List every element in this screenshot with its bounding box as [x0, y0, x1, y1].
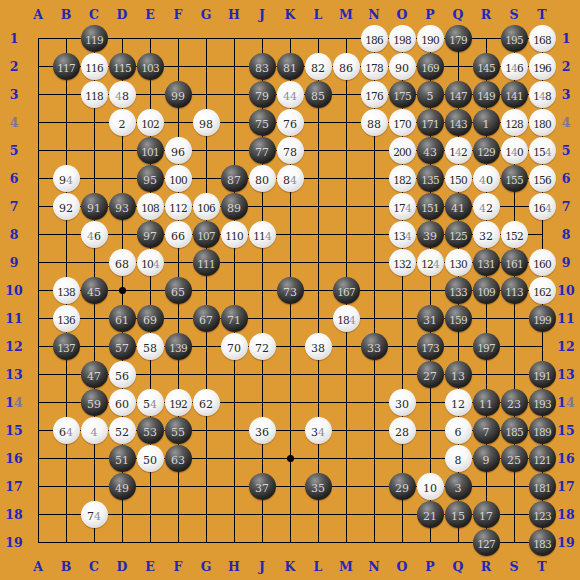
move-number: 38 — [311, 335, 325, 362]
stone-white-184[interactable]: 184 — [333, 305, 360, 332]
row-label-left-18: 18 — [5, 507, 22, 522]
row-label-right-1: 1 — [562, 31, 571, 46]
stone-white-100[interactable]: 100 — [165, 165, 192, 192]
col-label-bottom-E: E — [145, 559, 155, 574]
stone-black-41[interactable]: 41 — [445, 193, 472, 220]
move-number: 54 — [143, 391, 157, 418]
stone-black-55[interactable]: 55 — [165, 417, 192, 444]
move-number: 149 — [477, 83, 494, 110]
stone-white-74[interactable]: 74 — [81, 501, 108, 528]
stone-white-106[interactable]: 106 — [193, 193, 220, 220]
stone-white-196[interactable]: 196 — [529, 53, 556, 80]
stone-white-182[interactable]: 182 — [389, 165, 416, 192]
col-label-top-J: J — [259, 7, 265, 22]
stone-white-108[interactable]: 108 — [137, 193, 164, 220]
stone-black-155[interactable]: 155 — [501, 165, 528, 192]
stone-white-2[interactable]: 2 — [109, 109, 136, 136]
stone-white-170[interactable]: 170 — [389, 109, 416, 136]
move-number: 48 — [115, 83, 129, 110]
stone-black-175[interactable]: 175 — [389, 81, 416, 108]
col-label-bottom-J: J — [259, 559, 265, 574]
stone-black-85[interactable]: 85 — [305, 81, 332, 108]
col-label-top-Q: Q — [453, 7, 464, 22]
move-number: 36 — [255, 419, 269, 446]
move-number: 154 — [533, 139, 550, 166]
stone-white-72[interactable]: 72 — [249, 333, 276, 360]
row-label-right-14: 14 — [557, 395, 574, 410]
stone-white-138[interactable]: 138 — [53, 277, 80, 304]
move-number: 6 — [455, 419, 462, 446]
stone-black-51[interactable]: 51 — [109, 445, 136, 472]
stone-black-197[interactable]: 197 — [473, 333, 500, 360]
move-number: 52 — [115, 419, 129, 446]
stone-black-23[interactable]: 23 — [501, 389, 528, 416]
stone-white-162[interactable]: 162 — [529, 277, 556, 304]
move-number: 42 — [479, 195, 493, 222]
stone-white-174[interactable]: 174 — [389, 193, 416, 220]
go-board[interactable]: AABBCCDDEEFFGGHHJJKKLLMMNNOOPPQQRRSSTT11… — [0, 0, 580, 580]
move-number: 175 — [393, 83, 410, 110]
move-number: 125 — [449, 223, 466, 250]
col-label-bottom-S: S — [509, 559, 518, 574]
stone-white-34[interactable]: 34 — [305, 417, 332, 444]
stone-black-47[interactable]: 47 — [81, 361, 108, 388]
move-number: 87 — [227, 167, 241, 194]
move-number: 193 — [533, 391, 550, 418]
col-label-top-N: N — [368, 7, 379, 22]
move-number: 199 — [533, 307, 550, 334]
move-number: 72 — [255, 335, 269, 362]
stone-white-124[interactable]: 124 — [417, 249, 444, 276]
move-number: 162 — [533, 279, 550, 306]
stone-black-189[interactable]: 189 — [529, 417, 556, 444]
move-number: 107 — [197, 223, 214, 250]
col-label-top-A: A — [33, 7, 43, 22]
row-label-right-5: 5 — [562, 143, 571, 158]
stone-white-44[interactable]: 44 — [277, 81, 304, 108]
stone-black-135[interactable]: 135 — [417, 165, 444, 192]
move-number: 33 — [367, 335, 381, 362]
stone-black-195[interactable]: 195 — [501, 25, 528, 52]
stone-black-99[interactable]: 99 — [165, 81, 192, 108]
move-number: 78 — [283, 139, 297, 166]
move-number: 59 — [87, 391, 101, 418]
move-number: 200 — [393, 139, 410, 166]
stone-white-156[interactable]: 156 — [529, 165, 556, 192]
stone-white-154[interactable]: 154 — [529, 137, 556, 164]
stone-white-40[interactable]: 40 — [473, 165, 500, 192]
stone-black-45[interactable]: 45 — [81, 277, 108, 304]
move-number: 123 — [533, 503, 550, 530]
move-number: 8 — [455, 447, 462, 474]
stone-white-186[interactable]: 186 — [361, 25, 388, 52]
stone-black-39[interactable]: 39 — [417, 221, 444, 248]
move-number: 161 — [505, 251, 522, 278]
move-number: 192 — [169, 391, 186, 418]
stone-black-43[interactable]: 43 — [417, 137, 444, 164]
stone-black-169[interactable]: 169 — [417, 53, 444, 80]
stone-white-190[interactable]: 190 — [417, 25, 444, 52]
stone-black-29[interactable]: 29 — [389, 473, 416, 500]
stone-white-62[interactable]: 62 — [193, 389, 220, 416]
stone-black-151[interactable]: 151 — [417, 193, 444, 220]
row-label-left-16: 16 — [5, 451, 22, 466]
move-number: 104 — [141, 251, 158, 278]
stone-black-121[interactable]: 121 — [529, 445, 556, 472]
move-number: 56 — [115, 363, 129, 390]
stone-white-88[interactable]: 88 — [361, 109, 388, 136]
stone-black-9[interactable]: 9 — [473, 445, 500, 472]
row-label-left-12: 12 — [5, 339, 22, 354]
move-number: 151 — [421, 195, 438, 222]
stone-black-81[interactable]: 81 — [277, 53, 304, 80]
move-number: 138 — [57, 279, 74, 306]
stone-black-95[interactable]: 95 — [137, 165, 164, 192]
move-number: 64 — [59, 419, 73, 446]
stone-black-129[interactable]: 129 — [473, 137, 500, 164]
stone-white-58[interactable]: 58 — [137, 333, 164, 360]
col-label-bottom-O: O — [397, 559, 408, 574]
stone-black-87[interactable]: 87 — [221, 165, 248, 192]
stone-white-32[interactable]: 32 — [473, 221, 500, 248]
stone-black-123[interactable]: 123 — [529, 501, 556, 528]
stone-black-31[interactable]: 31 — [417, 305, 444, 332]
stone-black-131[interactable]: 131 — [473, 249, 500, 276]
move-number: 93 — [115, 195, 129, 222]
move-number: 156 — [533, 167, 550, 194]
stone-white-78[interactable]: 78 — [277, 137, 304, 164]
stone-white-148[interactable]: 148 — [529, 81, 556, 108]
stone-black-77[interactable]: 77 — [249, 137, 276, 164]
stone-white-114[interactable]: 114 — [249, 221, 276, 248]
stone-black-127[interactable]: 127 — [473, 529, 500, 556]
stone-white-98[interactable]: 98 — [193, 109, 220, 136]
move-number: 50 — [143, 447, 157, 474]
stone-black-79[interactable]: 79 — [249, 81, 276, 108]
move-number: 51 — [115, 447, 129, 474]
stone-black-113[interactable]: 113 — [501, 277, 528, 304]
move-number: 47 — [87, 363, 101, 390]
stone-black-173[interactable]: 173 — [417, 333, 444, 360]
stone-black-89[interactable]: 89 — [221, 193, 248, 220]
stone-black-133[interactable]: 133 — [445, 277, 472, 304]
stone-black-181[interactable]: 181 — [529, 473, 556, 500]
move-number: 124 — [421, 251, 438, 278]
col-label-top-H: H — [228, 7, 240, 22]
stone-black-119[interactable]: 119 — [81, 25, 108, 52]
stone-white-140[interactable]: 140 — [501, 137, 528, 164]
stone-black-125[interactable]: 125 — [445, 221, 472, 248]
col-label-bottom-A: A — [33, 559, 43, 574]
row-label-right-8: 8 — [562, 227, 571, 242]
stone-black-15[interactable]: 15 — [445, 501, 472, 528]
stone-white-102[interactable]: 102 — [137, 109, 164, 136]
stone-white-38[interactable]: 38 — [305, 333, 332, 360]
stone-white-50[interactable]: 50 — [137, 445, 164, 472]
stone-white-86[interactable]: 86 — [333, 53, 360, 80]
stone-black-97[interactable]: 97 — [137, 221, 164, 248]
stone-black-3[interactable]: 3 — [445, 473, 472, 500]
stone-black-61[interactable]: 61 — [109, 305, 136, 332]
stone-black-111[interactable]: 111 — [193, 249, 220, 276]
move-number: 2 — [119, 111, 126, 138]
stone-black-185[interactable]: 185 — [501, 417, 528, 444]
stone-black-199[interactable]: 199 — [529, 305, 556, 332]
move-number: 116 — [85, 55, 102, 82]
stone-white-28[interactable]: 28 — [389, 417, 416, 444]
move-number: 108 — [141, 195, 158, 222]
move-number: 74 — [87, 503, 101, 530]
stone-black-115[interactable]: 115 — [109, 53, 136, 80]
stone-white-36[interactable]: 36 — [249, 417, 276, 444]
row-label-left-5: 5 — [10, 143, 19, 158]
stone-white-132[interactable]: 132 — [389, 249, 416, 276]
col-label-top-G: G — [201, 7, 212, 22]
move-number: 11 — [479, 391, 493, 418]
move-number: 185 — [505, 419, 522, 446]
stone-white-6[interactable]: 6 — [445, 417, 472, 444]
stone-white-52[interactable]: 52 — [109, 417, 136, 444]
row-label-left-3: 3 — [10, 87, 19, 102]
stone-black-65[interactable]: 65 — [165, 277, 192, 304]
move-number: 178 — [365, 55, 382, 82]
stone-white-48[interactable]: 48 — [109, 81, 136, 108]
stone-black-53[interactable]: 53 — [137, 417, 164, 444]
move-number: 77 — [255, 139, 269, 166]
stone-black-101[interactable]: 101 — [137, 137, 164, 164]
stone-black-21[interactable]: 21 — [417, 501, 444, 528]
stone-black-193[interactable]: 193 — [529, 389, 556, 416]
row-label-left-10: 10 — [5, 283, 22, 298]
move-number: 189 — [533, 419, 550, 446]
stone-white-30[interactable]: 30 — [389, 389, 416, 416]
stone-black-145[interactable]: 145 — [473, 53, 500, 80]
stone-black-147[interactable]: 147 — [445, 81, 472, 108]
stone-white-54[interactable]: 54 — [137, 389, 164, 416]
stone-white-192[interactable]: 192 — [165, 389, 192, 416]
row-label-left-15: 15 — [5, 423, 22, 438]
star-point — [287, 455, 294, 462]
stone-black-137[interactable]: 137 — [53, 333, 80, 360]
stone-black-107[interactable]: 107 — [193, 221, 220, 248]
stone-black-35[interactable]: 35 — [305, 473, 332, 500]
stone-black-59[interactable]: 59 — [81, 389, 108, 416]
move-number: 111 — [197, 251, 214, 278]
stone-white-136[interactable]: 136 — [53, 305, 80, 332]
row-label-right-7: 7 — [562, 199, 571, 214]
move-number: 94 — [59, 167, 73, 194]
col-label-top-C: C — [89, 7, 99, 22]
stone-black-11[interactable]: 11 — [473, 389, 500, 416]
stone-white-76[interactable]: 76 — [277, 109, 304, 136]
stone-black-103[interactable]: 103 — [137, 53, 164, 80]
stone-black-71[interactable]: 71 — [221, 305, 248, 332]
stone-black-57[interactable]: 57 — [109, 333, 136, 360]
move-number: 91 — [87, 195, 101, 222]
stone-white-90[interactable]: 90 — [389, 53, 416, 80]
row-label-right-15: 15 — [557, 423, 574, 438]
stone-white-200[interactable]: 200 — [389, 137, 416, 164]
stone-black-93[interactable]: 93 — [109, 193, 136, 220]
stone-white-92[interactable]: 92 — [53, 193, 80, 220]
row-label-right-9: 9 — [562, 255, 571, 270]
stone-white-104[interactable]: 104 — [137, 249, 164, 276]
col-label-top-B: B — [61, 7, 72, 22]
stone-black-75[interactable]: 75 — [249, 109, 276, 136]
stone-white-160[interactable]: 160 — [529, 249, 556, 276]
stone-black-159[interactable]: 159 — [445, 305, 472, 332]
stone-white-178[interactable]: 178 — [361, 53, 388, 80]
stone-white-8[interactable]: 8 — [445, 445, 472, 472]
stone-black-141[interactable]: 141 — [501, 81, 528, 108]
row-label-left-7: 7 — [10, 199, 19, 214]
stone-black-49[interactable]: 49 — [109, 473, 136, 500]
stone-white-152[interactable]: 152 — [501, 221, 528, 248]
move-number: 155 — [505, 167, 522, 194]
stone-black-109[interactable]: 109 — [473, 277, 500, 304]
move-number: 99 — [171, 83, 185, 110]
stone-white-134[interactable]: 134 — [389, 221, 416, 248]
move-number: 80 — [255, 167, 269, 194]
stone-white-64[interactable]: 64 — [53, 417, 80, 444]
move-number: 95 — [143, 167, 157, 194]
stone-white-82[interactable]: 82 — [305, 53, 332, 80]
move-number: 197 — [477, 335, 494, 362]
col-label-bottom-Q: Q — [453, 559, 464, 574]
move-number: 62 — [199, 391, 213, 418]
move-number: 12 — [451, 391, 465, 418]
stone-black-1[interactable]: 1 — [473, 109, 500, 136]
stone-white-12[interactable]: 12 — [445, 389, 472, 416]
stone-black-7[interactable]: 7 — [473, 417, 500, 444]
stone-black-161[interactable]: 161 — [501, 249, 528, 276]
stone-black-183[interactable]: 183 — [529, 529, 556, 556]
stone-white-146[interactable]: 146 — [501, 53, 528, 80]
move-number: 130 — [449, 251, 466, 278]
move-number: 55 — [171, 419, 185, 446]
stone-white-84[interactable]: 84 — [277, 165, 304, 192]
move-number: 103 — [141, 55, 158, 82]
col-label-top-F: F — [174, 7, 183, 22]
row-label-right-11: 11 — [557, 311, 574, 326]
move-number: 73 — [283, 279, 297, 306]
stone-white-42[interactable]: 42 — [473, 193, 500, 220]
stone-white-68[interactable]: 68 — [109, 249, 136, 276]
stone-white-110[interactable]: 110 — [221, 221, 248, 248]
stone-black-25[interactable]: 25 — [501, 445, 528, 472]
move-number: 183 — [533, 531, 550, 558]
stone-white-46[interactable]: 46 — [81, 221, 108, 248]
stone-white-168[interactable]: 168 — [529, 25, 556, 52]
stone-black-5[interactable]: 5 — [417, 81, 444, 108]
stone-black-117[interactable]: 117 — [53, 53, 80, 80]
stone-black-139[interactable]: 139 — [165, 333, 192, 360]
move-number: 35 — [311, 475, 325, 502]
stone-black-33[interactable]: 33 — [361, 333, 388, 360]
stone-white-118[interactable]: 118 — [81, 81, 108, 108]
move-number: 112 — [169, 195, 186, 222]
move-number: 49 — [115, 475, 129, 502]
move-number: 170 — [393, 111, 410, 138]
stone-white-176[interactable]: 176 — [361, 81, 388, 108]
stone-white-66[interactable]: 66 — [165, 221, 192, 248]
stone-white-112[interactable]: 112 — [165, 193, 192, 220]
stone-black-83[interactable]: 83 — [249, 53, 276, 80]
move-number: 139 — [169, 335, 186, 362]
move-number: 179 — [449, 27, 466, 54]
stone-black-13[interactable]: 13 — [445, 361, 472, 388]
move-number: 186 — [365, 27, 382, 54]
row-label-left-1: 1 — [10, 31, 19, 46]
move-number: 76 — [283, 111, 297, 138]
move-number: 117 — [57, 55, 74, 82]
stone-white-94[interactable]: 94 — [53, 165, 80, 192]
col-label-top-R: R — [481, 7, 491, 22]
stone-white-116[interactable]: 116 — [81, 53, 108, 80]
move-number: 68 — [115, 251, 129, 278]
stone-white-180[interactable]: 180 — [529, 109, 556, 136]
move-number: 182 — [393, 167, 410, 194]
stone-black-191[interactable]: 191 — [529, 361, 556, 388]
row-label-right-2: 2 — [562, 59, 571, 74]
move-number: 196 — [533, 55, 550, 82]
col-label-top-D: D — [117, 7, 128, 22]
move-number: 7 — [483, 419, 490, 446]
stone-black-91[interactable]: 91 — [81, 193, 108, 220]
stone-black-73[interactable]: 73 — [277, 277, 304, 304]
move-number: 5 — [427, 83, 434, 110]
move-number: 143 — [449, 111, 466, 138]
stone-black-27[interactable]: 27 — [417, 361, 444, 388]
stone-white-130[interactable]: 130 — [445, 249, 472, 276]
move-number: 164 — [533, 195, 550, 222]
stone-black-37[interactable]: 37 — [249, 473, 276, 500]
stone-white-150[interactable]: 150 — [445, 165, 472, 192]
row-label-left-6: 6 — [10, 171, 19, 186]
move-number: 127 — [477, 531, 494, 558]
stone-black-167[interactable]: 167 — [333, 277, 360, 304]
move-number: 10 — [423, 475, 437, 502]
stone-white-4[interactable]: 4 — [81, 417, 108, 444]
stone-white-56[interactable]: 56 — [109, 361, 136, 388]
move-number: 92 — [59, 195, 73, 222]
stone-white-96[interactable]: 96 — [165, 137, 192, 164]
move-number: 101 — [141, 139, 158, 166]
move-number: 96 — [171, 139, 185, 166]
move-number: 198 — [393, 27, 410, 54]
stone-black-69[interactable]: 69 — [137, 305, 164, 332]
stone-white-70[interactable]: 70 — [221, 333, 248, 360]
stone-white-142[interactable]: 142 — [445, 137, 472, 164]
stone-white-80[interactable]: 80 — [249, 165, 276, 192]
stone-black-179[interactable]: 179 — [445, 25, 472, 52]
stone-black-17[interactable]: 17 — [473, 501, 500, 528]
move-number: 102 — [141, 111, 158, 138]
stone-white-198[interactable]: 198 — [389, 25, 416, 52]
stone-white-164[interactable]: 164 — [529, 193, 556, 220]
stone-white-60[interactable]: 60 — [109, 389, 136, 416]
move-number: 79 — [255, 83, 269, 110]
stone-black-67[interactable]: 67 — [193, 305, 220, 332]
stone-black-171[interactable]: 171 — [417, 109, 444, 136]
stone-black-149[interactable]: 149 — [473, 81, 500, 108]
stone-black-63[interactable]: 63 — [165, 445, 192, 472]
stone-white-128[interactable]: 128 — [501, 109, 528, 136]
stone-white-10[interactable]: 10 — [417, 473, 444, 500]
stone-black-143[interactable]: 143 — [445, 109, 472, 136]
move-number: 23 — [507, 391, 521, 418]
move-number: 131 — [477, 251, 494, 278]
